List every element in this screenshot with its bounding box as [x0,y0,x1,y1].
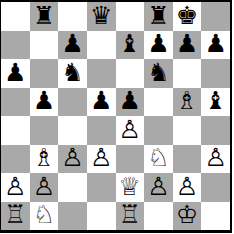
white-bishop: ♗ [176,88,198,113]
black-knight: ♞ [61,60,83,85]
square-f4[interactable] [144,116,173,145]
square-d1[interactable] [87,202,116,231]
square-d8[interactable]: ♛ [87,2,116,31]
square-c6[interactable]: ♞ [58,59,87,88]
square-b5[interactable]: ♟ [30,88,59,117]
square-e2[interactable]: ♕ [116,173,145,202]
square-d2[interactable] [87,173,116,202]
square-f3[interactable]: ♘ [144,145,173,174]
black-pawn: ♟ [33,88,55,113]
square-g5[interactable]: ♗ [173,88,202,117]
white-king: ♔ [176,202,198,227]
square-g6[interactable] [173,59,202,88]
square-g4[interactable] [173,116,202,145]
white-bishop: ♗ [33,145,55,170]
square-f6[interactable]: ♞ [144,59,173,88]
square-e1[interactable]: ♖ [116,202,145,231]
square-b2[interactable]: ♙ [30,173,59,202]
white-rook: ♖ [4,202,26,227]
square-d3[interactable]: ♙ [87,145,116,174]
square-a2[interactable]: ♙ [1,173,30,202]
square-e5[interactable]: ♟ [116,88,145,117]
square-f2[interactable]: ♙ [144,173,173,202]
square-e7[interactable]: ♝ [116,31,145,60]
square-h3[interactable]: ♙ [201,145,230,174]
square-g7[interactable]: ♟ [173,31,202,60]
square-d4[interactable] [87,116,116,145]
black-bishop: ♝ [119,31,141,56]
square-c7[interactable]: ♟ [58,31,87,60]
square-c2[interactable] [58,173,87,202]
black-knight: ♞ [147,60,169,85]
square-a5[interactable] [1,88,30,117]
black-pawn: ♟ [176,31,198,56]
square-b7[interactable] [30,31,59,60]
chess-diagram: ♜♛♜♚♟♝♟♟♟♟♞♞♟♟♟♗♝♙♗♙♙♘♙♙♙♕♙♙♖♘♖♔ [0,0,234,234]
black-bishop: ♝ [204,88,226,113]
white-rook: ♖ [119,202,141,227]
square-e4[interactable]: ♙ [116,116,145,145]
white-pawn: ♙ [204,145,226,170]
square-g3[interactable] [173,145,202,174]
white-pawn: ♙ [90,145,112,170]
square-a6[interactable]: ♟ [1,59,30,88]
square-e6[interactable] [116,59,145,88]
square-c8[interactable] [58,2,87,31]
square-h1[interactable] [201,202,230,231]
black-pawn: ♟ [147,31,169,56]
black-queen: ♛ [90,3,112,28]
white-pawn: ♙ [33,174,55,199]
white-pawn: ♙ [61,145,83,170]
white-pawn: ♙ [176,174,198,199]
square-f7[interactable]: ♟ [144,31,173,60]
square-g1[interactable]: ♔ [173,202,202,231]
square-a7[interactable] [1,31,30,60]
white-pawn: ♙ [119,117,141,142]
square-d6[interactable] [87,59,116,88]
black-pawn: ♟ [4,60,26,85]
square-h6[interactable] [201,59,230,88]
square-a8[interactable] [1,2,30,31]
square-b1[interactable]: ♘ [30,202,59,231]
square-a3[interactable] [1,145,30,174]
square-g8[interactable]: ♚ [173,2,202,31]
black-pawn: ♟ [61,31,83,56]
black-rook: ♜ [147,3,169,28]
black-pawn: ♟ [204,31,226,56]
square-c5[interactable] [58,88,87,117]
square-a4[interactable] [1,116,30,145]
white-pawn: ♙ [147,174,169,199]
white-knight: ♘ [33,202,55,227]
square-a1[interactable]: ♖ [1,202,30,231]
chess-board: ♜♛♜♚♟♝♟♟♟♟♞♞♟♟♟♗♝♙♗♙♙♘♙♙♙♕♙♙♖♘♖♔ [0,0,232,233]
square-c4[interactable] [58,116,87,145]
square-d5[interactable]: ♟ [87,88,116,117]
square-h8[interactable] [201,2,230,31]
white-pawn: ♙ [4,174,26,199]
square-b3[interactable]: ♗ [30,145,59,174]
square-f5[interactable] [144,88,173,117]
square-b4[interactable] [30,116,59,145]
white-queen: ♕ [119,174,141,199]
square-h4[interactable] [201,116,230,145]
square-c3[interactable]: ♙ [58,145,87,174]
black-rook: ♜ [33,3,55,28]
square-f8[interactable]: ♜ [144,2,173,31]
black-pawn: ♟ [90,88,112,113]
square-c1[interactable] [58,202,87,231]
square-e8[interactable] [116,2,145,31]
black-king: ♚ [176,3,198,28]
white-knight: ♘ [147,145,169,170]
square-h2[interactable] [201,173,230,202]
square-b6[interactable] [30,59,59,88]
square-b8[interactable]: ♜ [30,2,59,31]
square-h7[interactable]: ♟ [201,31,230,60]
square-f1[interactable] [144,202,173,231]
black-pawn: ♟ [119,88,141,113]
square-g2[interactable]: ♙ [173,173,202,202]
square-h5[interactable]: ♝ [201,88,230,117]
square-d7[interactable] [87,31,116,60]
square-e3[interactable] [116,145,145,174]
